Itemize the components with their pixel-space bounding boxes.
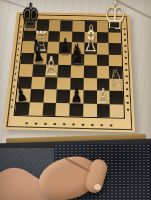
square-d2	[56, 90, 70, 103]
square-f6: ♗	[84, 42, 97, 54]
square-b2	[30, 89, 44, 102]
square-e1	[69, 103, 83, 117]
square-c8	[48, 20, 61, 31]
square-a1	[15, 102, 30, 116]
square-e4	[71, 65, 84, 77]
square-h7	[109, 32, 122, 43]
piece-black-knight-e5: ♞	[70, 41, 86, 67]
square-e5: ♞	[71, 53, 84, 65]
square-a2: ♟	[16, 89, 31, 102]
board-grid: ♚♔♖♟♗♝♞♙♘♟♟♙	[15, 20, 124, 118]
square-h8: ♔	[108, 21, 120, 32]
square-a4	[19, 64, 33, 76]
square-d3	[57, 77, 71, 90]
square-g5	[96, 54, 109, 66]
square-d8	[60, 20, 72, 31]
square-f5	[84, 54, 97, 66]
square-f1	[83, 103, 97, 117]
piece-white-pawn-g2: ♙	[97, 86, 109, 106]
piece-white-knight-h3: ♘	[109, 67, 125, 93]
square-g1	[96, 103, 110, 117]
square-c7	[47, 31, 60, 42]
piece-black-pawn-e2: ♟	[70, 84, 82, 105]
square-g2: ♙	[96, 90, 109, 103]
square-c3	[44, 77, 58, 90]
photo-scene: ♚♔♖♟♗♝♞♙♘♟♟♙	[0, 0, 151, 200]
square-h6	[109, 43, 122, 55]
square-e2: ♟	[70, 90, 84, 103]
piece-white-pawn-c4: ♙	[44, 54, 59, 79]
chessboard: ♚♔♖♟♗♝♞♙♘♟♟♙	[3, 12, 135, 133]
board-wood-frame: ♚♔♖♟♗♝♞♙♘♟♟♙	[3, 12, 135, 133]
board-play-area: ♚♔♖♟♗♝♞♙♘♟♟♙	[13, 19, 124, 119]
square-c1	[42, 102, 56, 116]
square-f3	[83, 78, 96, 91]
square-h3: ♘	[109, 78, 122, 91]
square-c2	[43, 89, 57, 102]
lap-jeans-right	[54, 144, 151, 200]
square-g4	[96, 66, 109, 78]
square-b1	[28, 102, 43, 116]
square-f2	[83, 90, 96, 103]
square-d4	[58, 65, 71, 77]
square-d1	[56, 103, 70, 117]
square-h2	[110, 91, 124, 104]
piece-white-king-h8: ♔	[103, 0, 127, 34]
frame-file-marks-bottom	[18, 122, 119, 126]
square-c4: ♙	[45, 65, 59, 77]
square-b3	[31, 76, 45, 89]
square-f4	[84, 65, 97, 77]
square-h1	[110, 104, 124, 118]
